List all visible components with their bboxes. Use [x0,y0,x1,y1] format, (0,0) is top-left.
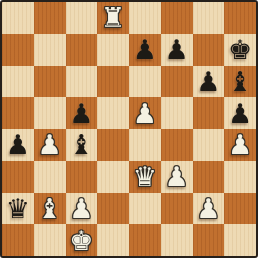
black-king[interactable]: ♚ [228,36,252,63]
square-a4[interactable]: ♟ [2,129,34,161]
square-f8[interactable] [161,2,193,34]
black-pawn[interactable]: ♟ [133,36,157,63]
square-e5[interactable]: ♟ [129,97,161,129]
white-pawn[interactable]: ♟ [133,100,157,127]
board-frame: ♜♟♟♚♟♝♟♟♟♟♟♝♟♛♟♛♝♟♟♚ [0,0,258,258]
square-e1[interactable] [129,224,161,256]
square-g4[interactable] [193,129,225,161]
square-a5[interactable] [2,97,34,129]
square-b2[interactable]: ♝ [34,193,66,225]
square-c4[interactable]: ♝ [66,129,98,161]
square-a7[interactable] [2,34,34,66]
square-c3[interactable] [66,161,98,193]
black-bishop[interactable]: ♝ [69,131,93,158]
square-d2[interactable] [97,193,129,225]
square-d4[interactable] [97,129,129,161]
square-d7[interactable] [97,34,129,66]
white-queen[interactable]: ♛ [133,163,157,190]
square-b1[interactable] [34,224,66,256]
white-pawn[interactable]: ♟ [69,195,93,222]
square-h1[interactable] [224,224,256,256]
black-pawn[interactable]: ♟ [69,100,93,127]
square-f2[interactable] [161,193,193,225]
square-c5[interactable]: ♟ [66,97,98,129]
white-pawn[interactable]: ♟ [165,163,189,190]
square-c6[interactable] [66,66,98,98]
square-g5[interactable] [193,97,225,129]
square-g3[interactable] [193,161,225,193]
square-b7[interactable] [34,34,66,66]
square-g1[interactable] [193,224,225,256]
square-c1[interactable]: ♚ [66,224,98,256]
square-b8[interactable] [34,2,66,34]
white-pawn[interactable]: ♟ [38,131,62,158]
white-king[interactable]: ♚ [69,227,93,254]
square-f4[interactable] [161,129,193,161]
black-pawn[interactable]: ♟ [228,100,252,127]
square-b3[interactable] [34,161,66,193]
square-h5[interactable]: ♟ [224,97,256,129]
square-a1[interactable] [2,224,34,256]
square-d1[interactable] [97,224,129,256]
square-b4[interactable]: ♟ [34,129,66,161]
black-bishop[interactable]: ♝ [228,68,252,95]
square-e2[interactable] [129,193,161,225]
square-f3[interactable]: ♟ [161,161,193,193]
square-a3[interactable] [2,161,34,193]
square-h8[interactable] [224,2,256,34]
white-pawn[interactable]: ♟ [228,131,252,158]
white-pawn[interactable]: ♟ [196,195,220,222]
black-pawn[interactable]: ♟ [165,36,189,63]
chess-board: ♜♟♟♚♟♝♟♟♟♟♟♝♟♛♟♛♝♟♟♚ [2,2,256,256]
square-e4[interactable] [129,129,161,161]
square-g7[interactable] [193,34,225,66]
square-e8[interactable] [129,2,161,34]
square-h7[interactable]: ♚ [224,34,256,66]
square-g2[interactable]: ♟ [193,193,225,225]
white-bishop[interactable]: ♝ [38,195,62,222]
square-c2[interactable]: ♟ [66,193,98,225]
square-d6[interactable] [97,66,129,98]
square-g8[interactable] [193,2,225,34]
square-c7[interactable] [66,34,98,66]
square-d3[interactable] [97,161,129,193]
black-queen[interactable]: ♛ [6,195,30,222]
square-h2[interactable] [224,193,256,225]
square-b6[interactable] [34,66,66,98]
square-b5[interactable] [34,97,66,129]
square-h3[interactable] [224,161,256,193]
square-f7[interactable]: ♟ [161,34,193,66]
square-d8[interactable]: ♜ [97,2,129,34]
square-h6[interactable]: ♝ [224,66,256,98]
black-pawn[interactable]: ♟ [196,68,220,95]
square-c8[interactable] [66,2,98,34]
square-a6[interactable] [2,66,34,98]
white-rook[interactable]: ♜ [101,4,125,31]
square-f6[interactable] [161,66,193,98]
square-a2[interactable]: ♛ [2,193,34,225]
square-e7[interactable]: ♟ [129,34,161,66]
square-f5[interactable] [161,97,193,129]
square-e3[interactable]: ♛ [129,161,161,193]
square-h4[interactable]: ♟ [224,129,256,161]
square-g6[interactable]: ♟ [193,66,225,98]
square-a8[interactable] [2,2,34,34]
square-f1[interactable] [161,224,193,256]
square-d5[interactable] [97,97,129,129]
square-e6[interactable] [129,66,161,98]
black-pawn[interactable]: ♟ [6,131,30,158]
